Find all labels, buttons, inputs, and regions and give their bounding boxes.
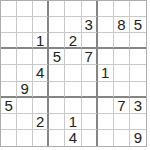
cell-r9c5[interactable]: 4 [65, 130, 81, 146]
cell-r8c2[interactable] [17, 114, 33, 130]
cell-r1c9[interactable] [130, 1, 146, 17]
cell-r2c7[interactable] [98, 17, 114, 33]
sudoku-board: 38512574195732149 [0, 0, 147, 147]
cell-r2c6[interactable]: 3 [82, 17, 98, 33]
cell-r9c6[interactable] [82, 130, 98, 146]
cell-r5c3[interactable]: 4 [33, 65, 49, 81]
cell-r6c6[interactable] [82, 82, 98, 98]
cell-r8c6[interactable] [82, 114, 98, 130]
cell-r7c8[interactable]: 7 [114, 98, 130, 114]
cell-r7c5[interactable] [65, 98, 81, 114]
cell-r5c2[interactable] [17, 65, 33, 81]
cell-r4c3[interactable] [33, 49, 49, 65]
cell-r2c5[interactable] [65, 17, 81, 33]
cell-r2c9[interactable]: 5 [130, 17, 146, 33]
cell-r4c4[interactable]: 5 [49, 49, 65, 65]
cell-r5c5[interactable] [65, 65, 81, 81]
cell-r4c2[interactable] [17, 49, 33, 65]
cell-r4c6[interactable]: 7 [82, 49, 98, 65]
cell-r4c8[interactable] [114, 49, 130, 65]
cell-r8c1[interactable] [1, 114, 17, 130]
cell-r7c4[interactable] [49, 98, 65, 114]
cell-r6c8[interactable] [114, 82, 130, 98]
cell-r8c7[interactable] [98, 114, 114, 130]
cell-r4c5[interactable] [65, 49, 81, 65]
cell-r4c1[interactable] [1, 49, 17, 65]
cell-r9c7[interactable] [98, 130, 114, 146]
cell-r9c9[interactable]: 9 [130, 130, 146, 146]
cell-r5c7[interactable]: 1 [98, 65, 114, 81]
cell-r2c4[interactable] [49, 17, 65, 33]
cell-r1c3[interactable] [33, 1, 49, 17]
cell-r3c5[interactable]: 2 [65, 33, 81, 49]
cell-r4c9[interactable] [130, 49, 146, 65]
cell-r1c4[interactable] [49, 1, 65, 17]
cell-r8c9[interactable] [130, 114, 146, 130]
cell-r1c1[interactable] [1, 1, 17, 17]
cell-r1c8[interactable] [114, 1, 130, 17]
cell-r4c7[interactable] [98, 49, 114, 65]
cell-r8c8[interactable] [114, 114, 130, 130]
cell-r1c7[interactable] [98, 1, 114, 17]
cell-r5c6[interactable] [82, 65, 98, 81]
cell-r3c1[interactable] [1, 33, 17, 49]
cell-r6c7[interactable] [98, 82, 114, 98]
cell-r2c8[interactable]: 8 [114, 17, 130, 33]
cell-r5c9[interactable] [130, 65, 146, 81]
cell-r9c4[interactable] [49, 130, 65, 146]
cell-r1c5[interactable] [65, 1, 81, 17]
cell-r5c1[interactable] [1, 65, 17, 81]
cell-r7c2[interactable] [17, 98, 33, 114]
cell-r7c3[interactable] [33, 98, 49, 114]
cell-r3c2[interactable] [17, 33, 33, 49]
cell-r1c6[interactable] [82, 1, 98, 17]
cell-r3c8[interactable] [114, 33, 130, 49]
cell-r9c8[interactable] [114, 130, 130, 146]
cell-r9c1[interactable] [1, 130, 17, 146]
cell-r3c3[interactable]: 1 [33, 33, 49, 49]
cell-r2c2[interactable] [17, 17, 33, 33]
cell-r6c5[interactable] [65, 82, 81, 98]
cell-r3c6[interactable] [82, 33, 98, 49]
cell-r6c1[interactable] [1, 82, 17, 98]
cell-r1c2[interactable] [17, 1, 33, 17]
cell-r7c7[interactable] [98, 98, 114, 114]
cell-r3c9[interactable] [130, 33, 146, 49]
cell-r6c3[interactable] [33, 82, 49, 98]
cell-r2c3[interactable] [33, 17, 49, 33]
cell-r3c7[interactable] [98, 33, 114, 49]
cell-r2c1[interactable] [1, 17, 17, 33]
cell-r8c4[interactable] [49, 114, 65, 130]
cell-r8c5[interactable]: 1 [65, 114, 81, 130]
cell-r3c4[interactable] [49, 33, 65, 49]
cell-r5c4[interactable] [49, 65, 65, 81]
cell-r7c1[interactable]: 5 [1, 98, 17, 114]
cell-r9c2[interactable] [17, 130, 33, 146]
cell-r5c8[interactable] [114, 65, 130, 81]
cell-r6c2[interactable]: 9 [17, 82, 33, 98]
cell-r7c9[interactable]: 3 [130, 98, 146, 114]
cell-r6c4[interactable] [49, 82, 65, 98]
cell-r7c6[interactable] [82, 98, 98, 114]
cell-r6c9[interactable] [130, 82, 146, 98]
cell-r8c3[interactable]: 2 [33, 114, 49, 130]
cell-r9c3[interactable] [33, 130, 49, 146]
